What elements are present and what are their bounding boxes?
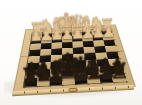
square-f8: ♝ xyxy=(50,76,63,85)
square-e3 xyxy=(62,42,73,48)
square-e8: ♚ xyxy=(62,76,75,85)
square-a8: ♜ xyxy=(111,73,126,82)
square-c7: ♟ xyxy=(86,67,99,75)
board-frame: ♜♞♝♚♛♝♞♜♟♟♟♟♟♟♟♟♟♟♟♟♟♟♟♟♜♞♝♚♛♝♞♜ xyxy=(12,25,135,94)
clasp xyxy=(68,88,77,92)
square-d4 xyxy=(73,47,84,54)
square-d8: ♛ xyxy=(74,75,87,84)
chess-board: ♜♞♝♚♛♝♞♜♟♟♟♟♟♟♟♟♟♟♟♟♟♟♟♟♜♞♝♚♛♝♞♜ xyxy=(13,25,133,92)
square-a4 xyxy=(105,46,118,53)
product-photo: ♜♞♝♚♛♝♞♜♟♟♟♟♟♟♟♟♟♟♟♟♟♟♟♟♜♞♝♚♛♝♞♜ xyxy=(0,0,142,105)
square-c4 xyxy=(83,47,95,54)
perspective-wrapper: ♜♞♝♚♛♝♞♜♟♟♟♟♟♟♟♟♟♟♟♟♟♟♟♟♜♞♝♚♛♝♞♜ xyxy=(17,0,124,105)
square-h8: ♜ xyxy=(24,78,38,87)
board-grid: ♜♞♝♚♛♝♞♜♟♟♟♟♟♟♟♟♟♟♟♟♟♟♟♟♜♞♝♚♛♝♞♜ xyxy=(23,29,125,88)
white-rook: ♜ xyxy=(98,17,114,35)
square-g8: ♞ xyxy=(37,77,50,86)
